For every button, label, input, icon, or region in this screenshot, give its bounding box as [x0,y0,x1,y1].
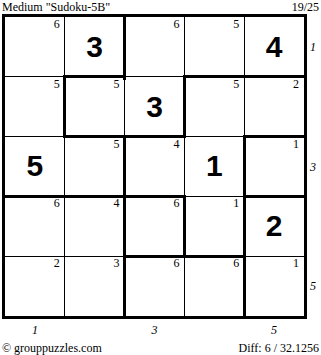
cell-r5c2[interactable]: 3 [65,256,125,316]
cell-r1c5[interactable]: 4 [244,17,304,77]
cell-r3c4[interactable]: 1 [184,137,244,197]
region-border-v [123,255,126,316]
region-border-v [243,135,246,198]
given-digit: 5 [5,137,65,197]
cell-r5c1[interactable]: 2 [5,256,65,316]
row-label-3: 3 [310,160,316,174]
cell-r1c3[interactable]: 6 [125,17,185,77]
corner-mark: 5 [54,77,60,91]
cell-r4c5[interactable]: 2 [244,196,304,256]
given-digit: 2 [244,196,304,256]
corner-mark: 1 [293,256,299,270]
cell-layer: 6365455352554116461223661 [5,17,304,316]
corner-mark: 5 [233,77,239,91]
region-border-v [123,195,126,258]
cell-r4c3[interactable]: 6 [125,196,185,256]
cell-r3c5[interactable]: 1 [244,137,304,197]
region-border-h [123,135,186,138]
cell-r2c4[interactable]: 5 [184,77,244,137]
region-border-v [63,75,66,138]
region-border-v [243,255,246,316]
cell-r1c1[interactable]: 6 [5,17,65,77]
cell-r2c2[interactable]: 5 [65,77,125,137]
col-label-1: 1 [32,323,38,337]
corner-mark: 6 [54,17,60,31]
cell-r3c1[interactable]: 5 [5,137,65,197]
puzzle-page: Medium "Sudoku-5B" 19/25 636545535255411… [0,0,321,355]
corner-mark: 6 [173,256,179,270]
region-border-h [243,135,304,138]
region-border-h [63,75,126,78]
corner-mark: 6 [173,17,179,31]
region-border-v [183,75,186,138]
cell-r4c4[interactable]: 1 [184,196,244,256]
col-label-3: 3 [152,323,158,337]
region-border-h [63,135,126,138]
row-label-5: 5 [310,279,316,293]
cell-r4c2[interactable]: 4 [65,196,125,256]
corner-mark: 3 [114,256,120,270]
cell-r2c1[interactable]: 5 [5,77,65,137]
cell-r2c3[interactable]: 3 [125,77,185,137]
region-border-v [243,195,246,258]
cell-r3c2[interactable]: 5 [65,137,125,197]
corner-mark: 6 [54,196,60,210]
given-digit: 3 [65,17,125,77]
progress-counter: 19/25 [292,1,319,13]
header: Medium "Sudoku-5B" 19/25 [2,1,319,13]
region-border-h [183,255,246,258]
corner-mark: 5 [114,137,120,151]
sudoku-board: 6365455352554116461223661 [2,14,307,319]
corner-mark: 2 [54,256,60,270]
copyright-text: © grouppuzzles.com [2,342,102,354]
region-border-h [123,195,186,198]
corner-mark: 1 [233,196,239,210]
region-border-v [123,135,126,198]
region-border-v [123,17,126,80]
cell-r3c3[interactable]: 4 [125,137,185,197]
given-digit: 3 [125,77,185,137]
cell-r5c5[interactable]: 1 [244,256,304,316]
row-label-1: 1 [310,40,316,54]
corner-mark: 1 [293,137,299,151]
region-border-h [243,195,304,198]
given-digit: 1 [184,137,244,197]
corner-mark: 5 [233,17,239,31]
corner-mark: 4 [114,196,120,210]
cell-r1c2[interactable]: 3 [65,17,125,77]
col-label-5: 5 [271,323,277,337]
puzzle-title: Medium "Sudoku-5B" [2,1,110,13]
difficulty-text: Diff: 6 / 32.1256 [239,342,319,354]
cell-r5c4[interactable]: 6 [184,256,244,316]
cell-r2c5[interactable]: 2 [244,77,304,137]
grid-line-v [64,17,65,316]
region-border-v [183,195,186,258]
region-border-h [243,75,304,78]
corner-mark: 2 [293,77,299,91]
region-border-h [63,195,126,198]
corner-mark: 6 [173,196,179,210]
region-border-h [183,75,246,78]
footer: © grouppuzzles.com Diff: 6 / 32.1256 [2,342,319,354]
cell-r4c1[interactable]: 6 [5,196,65,256]
cell-r5c3[interactable]: 6 [125,256,185,316]
region-border-h [5,195,68,198]
corner-mark: 6 [233,256,239,270]
grid-line-v [184,17,185,316]
corner-mark: 4 [173,137,179,151]
region-border-h [123,255,186,258]
corner-mark: 5 [114,77,120,91]
given-digit: 4 [244,17,304,77]
cell-r1c4[interactable]: 5 [184,17,244,77]
